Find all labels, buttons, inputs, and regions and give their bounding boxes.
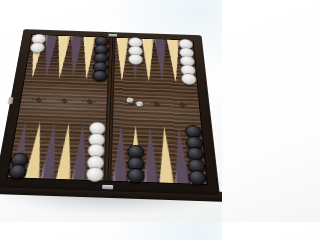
playing-surface bbox=[8, 35, 207, 184]
point-12[interactable] bbox=[179, 40, 196, 84]
point-6[interactable] bbox=[93, 37, 108, 81]
checker-black[interactable] bbox=[188, 170, 207, 186]
point-18[interactable] bbox=[112, 123, 128, 181]
point-17[interactable] bbox=[128, 124, 144, 182]
inlay-motif bbox=[81, 98, 97, 104]
board-frame bbox=[0, 29, 220, 196]
point-8[interactable] bbox=[129, 38, 142, 82]
point-19[interactable] bbox=[87, 122, 105, 180]
board-left-half bbox=[8, 35, 109, 181]
bottom-hinge bbox=[102, 184, 113, 189]
bottom-left-points bbox=[8, 120, 106, 181]
inlay-motif bbox=[148, 100, 164, 106]
top-right-points bbox=[114, 38, 197, 85]
die-2[interactable] bbox=[136, 101, 143, 107]
right-middle-band bbox=[113, 81, 201, 126]
point-13[interactable] bbox=[186, 126, 206, 184]
checker-white[interactable] bbox=[86, 166, 104, 182]
checker-black[interactable] bbox=[127, 168, 145, 184]
inlay-motif bbox=[56, 97, 72, 103]
board-right-half bbox=[111, 38, 206, 184]
point-7[interactable] bbox=[115, 38, 129, 82]
inlay-motif bbox=[30, 96, 47, 102]
checker-white[interactable] bbox=[128, 54, 143, 65]
backgammon-board bbox=[0, 0, 222, 196]
top-left-points bbox=[25, 35, 109, 81]
bottom-right-points bbox=[111, 123, 206, 184]
checker-black[interactable] bbox=[92, 70, 108, 82]
top-hinge bbox=[108, 33, 117, 36]
inlay-motif bbox=[173, 101, 189, 107]
left-middle-band bbox=[18, 78, 108, 123]
side-latch bbox=[8, 97, 14, 104]
